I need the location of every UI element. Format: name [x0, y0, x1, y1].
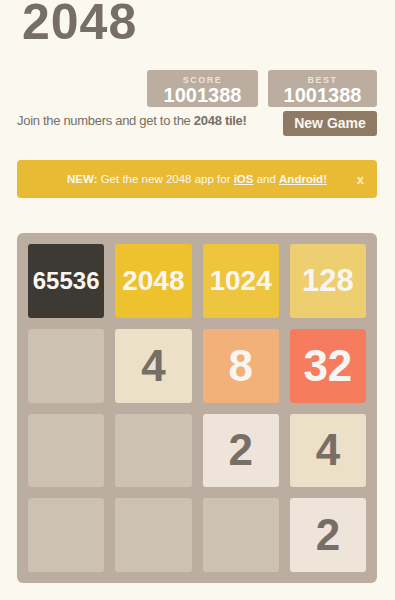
tile-32: 32: [290, 329, 366, 403]
tile-128: 128: [290, 244, 366, 318]
empty-cell: [115, 498, 191, 572]
intro-goal-text: 2048 tile!: [194, 113, 247, 128]
empty-cell: [115, 414, 191, 488]
banner-ios-link[interactable]: iOS: [234, 173, 254, 185]
tile-4: 4: [115, 329, 191, 403]
score-box: SCORE 1001388: [147, 70, 258, 107]
page: 2048 SCORE 1001388 BEST 1001388 Join the…: [0, 0, 395, 600]
game-title: 2048: [22, 0, 137, 47]
score-value: 1001388: [147, 85, 258, 106]
board-grid[interactable]: 65536204810241284832242: [17, 233, 377, 583]
empty-cell: [203, 498, 279, 572]
app-banner: NEW: Get the new 2048 app for iOS and An…: [17, 160, 377, 198]
tile-2: 2: [290, 498, 366, 572]
banner-and-text: and: [253, 173, 279, 185]
best-value: 1001388: [268, 85, 377, 106]
new-game-button[interactable]: New Game: [283, 111, 377, 136]
tile-65536: 65536: [28, 244, 104, 318]
banner-body-text: Get the new 2048 app for: [97, 173, 233, 185]
banner-new-label: NEW:: [67, 173, 97, 185]
intro-text-lead: Join the numbers and get to the: [17, 113, 194, 128]
best-score-box: BEST 1001388: [268, 70, 377, 107]
banner-close-icon[interactable]: x: [357, 173, 364, 186]
tile-2: 2: [203, 414, 279, 488]
tile-4: 4: [290, 414, 366, 488]
tile-8: 8: [203, 329, 279, 403]
tile-2048: 2048: [115, 244, 191, 318]
empty-cell: [28, 414, 104, 488]
tile-1024: 1024: [203, 244, 279, 318]
banner-android-link[interactable]: Android!: [279, 173, 327, 185]
intro-text: Join the numbers and get to the 2048 til…: [17, 113, 247, 128]
empty-cell: [28, 498, 104, 572]
empty-cell: [28, 329, 104, 403]
